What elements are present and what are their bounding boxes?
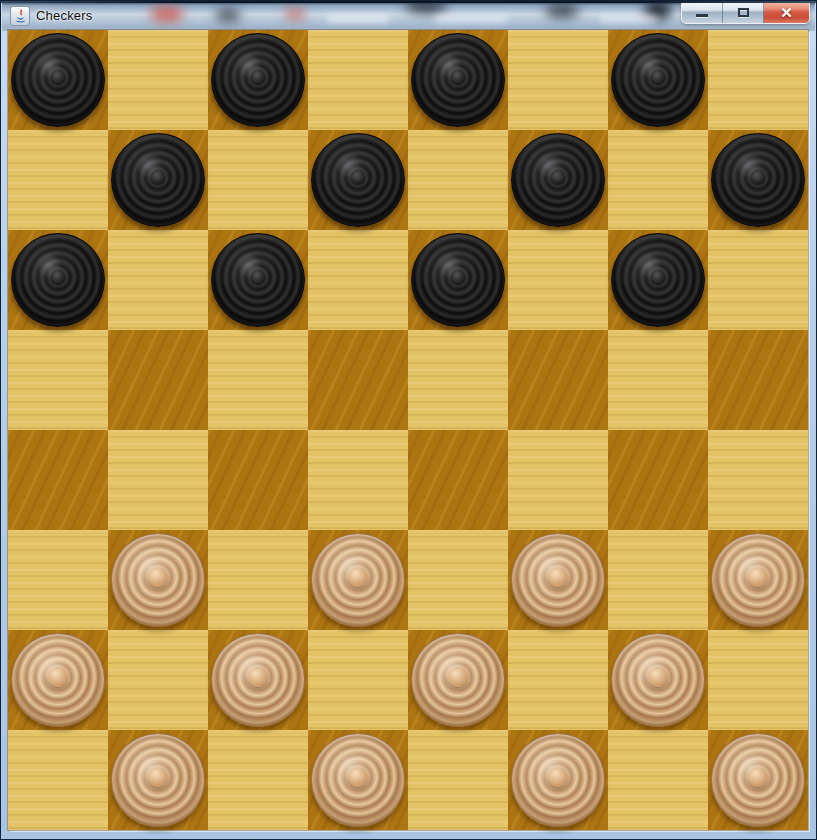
square-r3c3[interactable] bbox=[308, 330, 408, 430]
square-r0c4[interactable] bbox=[408, 30, 508, 130]
square-r2c7[interactable] bbox=[708, 230, 808, 330]
square-r6c6[interactable] bbox=[608, 630, 708, 730]
window-title: Checkers bbox=[36, 8, 93, 23]
square-r7c3[interactable] bbox=[308, 730, 408, 830]
square-r5c3[interactable] bbox=[308, 530, 408, 630]
square-r2c5[interactable] bbox=[508, 230, 608, 330]
black-piece[interactable] bbox=[511, 133, 605, 227]
square-r4c6[interactable] bbox=[608, 430, 708, 530]
square-r6c5[interactable] bbox=[508, 630, 608, 730]
square-r1c2[interactable] bbox=[208, 130, 308, 230]
black-piece[interactable] bbox=[111, 133, 205, 227]
square-r2c3[interactable] bbox=[308, 230, 408, 330]
wood-piece[interactable] bbox=[511, 733, 605, 827]
window-controls: ✕ bbox=[681, 1, 810, 24]
square-r2c2[interactable] bbox=[208, 230, 308, 330]
wood-piece[interactable] bbox=[11, 633, 105, 727]
square-r2c1[interactable] bbox=[108, 230, 208, 330]
square-r3c6[interactable] bbox=[608, 330, 708, 430]
maximize-button[interactable] bbox=[723, 1, 764, 23]
square-r4c7[interactable] bbox=[708, 430, 808, 530]
checkers-board bbox=[8, 30, 808, 830]
wood-piece[interactable] bbox=[211, 633, 305, 727]
square-r1c0[interactable] bbox=[8, 130, 108, 230]
glass-blur-artifact bbox=[284, 8, 306, 20]
maximize-icon bbox=[738, 8, 749, 17]
square-r2c4[interactable] bbox=[408, 230, 508, 330]
square-r0c6[interactable] bbox=[608, 30, 708, 130]
glass-blur-artifact bbox=[150, 6, 184, 22]
square-r3c5[interactable] bbox=[508, 330, 608, 430]
black-piece[interactable] bbox=[211, 233, 305, 327]
square-r3c7[interactable] bbox=[708, 330, 808, 430]
square-r3c4[interactable] bbox=[408, 330, 508, 430]
wood-piece[interactable] bbox=[311, 533, 405, 627]
glass-blur-artifact bbox=[545, 4, 579, 18]
square-r7c2[interactable] bbox=[208, 730, 308, 830]
square-r7c4[interactable] bbox=[408, 730, 508, 830]
square-r5c4[interactable] bbox=[408, 530, 508, 630]
square-r7c7[interactable] bbox=[708, 730, 808, 830]
wood-piece[interactable] bbox=[311, 733, 405, 827]
square-r1c7[interactable] bbox=[708, 130, 808, 230]
square-r5c2[interactable] bbox=[208, 530, 308, 630]
square-r0c2[interactable] bbox=[208, 30, 308, 130]
glass-blur-artifact bbox=[327, 15, 389, 23]
black-piece[interactable] bbox=[311, 133, 405, 227]
minimize-button[interactable] bbox=[682, 1, 723, 23]
java-coffee-cup-icon[interactable] bbox=[10, 6, 30, 26]
square-r5c5[interactable] bbox=[508, 530, 608, 630]
close-icon: ✕ bbox=[780, 5, 793, 20]
glass-blur-artifact bbox=[405, 2, 447, 13]
square-r1c1[interactable] bbox=[108, 130, 208, 230]
square-r0c3[interactable] bbox=[308, 30, 408, 130]
wood-piece[interactable] bbox=[611, 633, 705, 727]
square-r4c0[interactable] bbox=[8, 430, 108, 530]
square-r4c2[interactable] bbox=[208, 430, 308, 530]
java-logo bbox=[13, 9, 28, 24]
square-r6c4[interactable] bbox=[408, 630, 508, 730]
square-r3c1[interactable] bbox=[108, 330, 208, 430]
square-r5c7[interactable] bbox=[708, 530, 808, 630]
square-r5c0[interactable] bbox=[8, 530, 108, 630]
square-r0c1[interactable] bbox=[108, 30, 208, 130]
wood-piece[interactable] bbox=[111, 533, 205, 627]
black-piece[interactable] bbox=[211, 33, 305, 127]
square-r7c1[interactable] bbox=[108, 730, 208, 830]
square-r1c4[interactable] bbox=[408, 130, 508, 230]
wood-piece[interactable] bbox=[711, 733, 805, 827]
square-r1c6[interactable] bbox=[608, 130, 708, 230]
square-r7c6[interactable] bbox=[608, 730, 708, 830]
square-r1c3[interactable] bbox=[308, 130, 408, 230]
black-piece[interactable] bbox=[411, 33, 505, 127]
black-piece[interactable] bbox=[611, 233, 705, 327]
square-r5c1[interactable] bbox=[108, 530, 208, 630]
square-r0c0[interactable] bbox=[8, 30, 108, 130]
square-r6c0[interactable] bbox=[8, 630, 108, 730]
minimize-icon bbox=[696, 14, 708, 17]
square-r0c5[interactable] bbox=[508, 30, 608, 130]
square-r1c5[interactable] bbox=[508, 130, 608, 230]
black-piece[interactable] bbox=[611, 33, 705, 127]
square-r6c7[interactable] bbox=[708, 630, 808, 730]
wood-piece[interactable] bbox=[411, 633, 505, 727]
black-piece[interactable] bbox=[11, 233, 105, 327]
black-piece[interactable] bbox=[711, 133, 805, 227]
square-r7c5[interactable] bbox=[508, 730, 608, 830]
square-r3c0[interactable] bbox=[8, 330, 108, 430]
square-r7c0[interactable] bbox=[8, 730, 108, 830]
square-r0c7[interactable] bbox=[708, 30, 808, 130]
glass-blur-artifact bbox=[434, 15, 508, 23]
wood-piece[interactable] bbox=[711, 533, 805, 627]
square-r4c5[interactable] bbox=[508, 430, 608, 530]
square-r4c1[interactable] bbox=[108, 430, 208, 530]
square-r6c3[interactable] bbox=[308, 630, 408, 730]
glass-blur-artifact bbox=[215, 8, 241, 22]
square-r6c1[interactable] bbox=[108, 630, 208, 730]
square-r2c6[interactable] bbox=[608, 230, 708, 330]
black-piece[interactable] bbox=[11, 33, 105, 127]
checkers-app-window: Checkers ✕ bbox=[0, 0, 817, 840]
square-r2c0[interactable] bbox=[8, 230, 108, 330]
square-r6c2[interactable] bbox=[208, 630, 308, 730]
square-r3c2[interactable] bbox=[208, 330, 308, 430]
square-r4c3[interactable] bbox=[308, 430, 408, 530]
glass-blur-artifact bbox=[600, 15, 658, 23]
wood-piece[interactable] bbox=[111, 733, 205, 827]
square-r4c4[interactable] bbox=[408, 430, 508, 530]
black-piece[interactable] bbox=[411, 233, 505, 327]
square-r5c6[interactable] bbox=[608, 530, 708, 630]
wood-piece[interactable] bbox=[511, 533, 605, 627]
close-button[interactable]: ✕ bbox=[764, 1, 809, 23]
